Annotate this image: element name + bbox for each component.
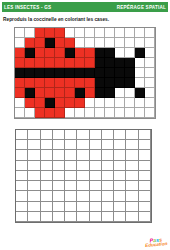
model-cell-black [115,68,125,78]
model-cell-white [145,88,155,98]
copy-cell[interactable] [65,150,77,160]
copy-cell[interactable] [102,191,114,201]
model-cell-red [15,78,25,88]
model-cell-white [145,78,155,88]
model-cell-white [95,108,105,118]
copy-cell[interactable] [90,181,102,191]
copy-cell[interactable] [126,140,138,150]
model-cell-black [25,68,35,78]
model-cell-black [95,58,105,68]
model-cell-red [55,108,65,118]
model-cell-black [105,78,115,88]
model-cell-white [25,108,35,118]
model-cell-white [135,98,145,108]
copy-cell[interactable] [139,191,151,201]
model-cell-black [125,78,135,88]
model-cell-black [55,68,65,78]
copy-cell[interactable] [28,191,40,201]
copy-cell[interactable] [41,140,53,150]
model-cell-black [45,38,55,48]
model-cell-red [85,78,95,88]
copy-cell[interactable] [77,202,89,212]
copy-cell[interactable] [114,161,126,171]
model-cell-white [115,48,125,58]
copy-cell[interactable] [77,161,89,171]
model-cell-white [75,28,85,38]
copy-cell[interactable] [16,140,28,150]
copy-cell[interactable] [90,212,102,222]
model-cell-red [65,98,75,108]
copy-cell[interactable] [77,140,89,150]
model-cell-white [85,38,95,48]
copy-cell[interactable] [53,150,65,160]
copy-cell[interactable] [16,130,28,140]
copy-cell[interactable] [53,140,65,150]
copy-cell[interactable] [28,171,40,181]
model-cell-white [115,108,125,118]
model-cell-black [75,68,85,78]
copy-cell[interactable] [139,140,151,150]
copy-cell[interactable] [90,140,102,150]
model-cell-black [95,78,105,88]
model-cell-black [45,68,55,78]
copy-cell[interactable] [90,191,102,201]
model-cell-red [75,48,85,58]
model-cell-red [55,98,65,108]
model-cell-red [25,38,35,48]
copy-cell[interactable] [126,150,138,160]
model-cell-red [75,78,85,88]
skill-title: REPÉRAGE SPATIAL [117,5,166,10]
copy-cell[interactable] [41,212,53,222]
model-cell-red [35,28,45,38]
model-cell-red [85,88,95,98]
copy-cell[interactable] [90,202,102,212]
copy-cell[interactable] [77,191,89,201]
model-cell-white [15,108,25,118]
model-cell-white [145,68,155,78]
model-cell-white [95,28,105,38]
copy-cell[interactable] [114,140,126,150]
model-cell-white [145,108,155,118]
copy-cell[interactable] [41,150,53,160]
model-cell-red [45,58,55,68]
model-cell-white [115,98,125,108]
copy-cell[interactable] [28,130,40,140]
model-cell-red [25,58,35,68]
model-cell-white [85,98,95,108]
copy-cell[interactable] [114,212,126,222]
model-cell-white [135,58,145,68]
copy-cell[interactable] [102,202,114,212]
model-cell-white [85,108,95,118]
copy-cell[interactable] [65,181,77,191]
model-cell-red [65,78,75,88]
model-cell-white [25,28,35,38]
copy-cell[interactable] [139,150,151,160]
model-cell-white [95,38,105,48]
model-cell-white [105,38,115,48]
copy-cell[interactable] [114,130,126,140]
model-cell-red [55,48,65,58]
model-cell-white [145,38,155,48]
model-cell-white [135,68,145,78]
model-cell-white [135,108,145,118]
model-cell-red [35,98,45,108]
model-cell-black [105,68,115,78]
model-cell-black [35,68,45,78]
model-cell-red [25,78,35,88]
copy-cell[interactable] [16,181,28,191]
model-cell-white [125,48,135,58]
model-cell-red [35,58,45,68]
model-cell-white [145,98,155,108]
model-cell-white [85,28,95,38]
copy-cell[interactable] [90,161,102,171]
copy-cell[interactable] [114,191,126,201]
copy-cell[interactable] [16,212,28,222]
model-cell-white [125,98,135,108]
copy-cell[interactable] [41,130,53,140]
model-cell-black [75,88,85,98]
model-cell-red [65,88,75,98]
model-cell-white [65,28,75,38]
copy-cell[interactable] [65,202,77,212]
model-cell-white [115,88,125,98]
model-cell-black [125,58,135,68]
copy-cell[interactable] [28,140,40,150]
copy-grid [15,129,152,223]
copy-cell[interactable] [102,150,114,160]
copy-cell[interactable] [102,161,114,171]
model-cell-white [145,28,155,38]
copy-cell[interactable] [90,171,102,181]
model-cell-red [45,108,55,118]
copy-cell[interactable] [77,150,89,160]
model-cell-white [125,38,135,48]
copy-cell[interactable] [53,191,65,201]
copy-cell[interactable] [53,181,65,191]
model-cell-red [15,48,25,58]
model-cell-white [15,28,25,38]
copy-cell[interactable] [139,130,151,140]
copy-cell[interactable] [126,130,138,140]
model-cell-white [135,38,145,48]
copy-cell[interactable] [102,181,114,191]
model-cell-black [105,48,115,58]
copy-cell[interactable] [41,191,53,201]
copy-cell[interactable] [77,212,89,222]
copy-cell[interactable] [126,191,138,201]
copy-cell[interactable] [28,150,40,160]
model-cell-white [145,58,155,68]
model-cell-black [65,48,75,58]
model-cell-red [65,38,75,48]
copy-cell[interactable] [126,171,138,181]
model-cell-white [115,28,125,38]
model-cell-red [75,98,85,108]
copy-cell[interactable] [139,161,151,171]
copy-cell[interactable] [102,140,114,150]
copy-cell[interactable] [41,202,53,212]
copy-cell[interactable] [77,181,89,191]
model-cell-red [55,58,65,68]
model-cell-black [45,98,55,108]
model-cell-white [135,28,145,38]
copy-cell[interactable] [16,191,28,201]
model-cell-red [45,28,55,38]
model-cell-black [65,68,75,78]
copy-cell[interactable] [28,212,40,222]
copy-cell[interactable] [16,161,28,171]
model-cell-black [125,68,135,78]
copy-cell[interactable] [90,150,102,160]
model-cell-black [115,78,125,88]
model-cell-red [45,78,55,88]
model-cell-black [25,88,35,98]
model-cell-red [65,58,75,68]
copy-cell[interactable] [139,181,151,191]
model-cell-red [35,48,45,58]
copy-cell[interactable] [65,171,77,181]
model-cell-red [75,58,85,68]
model-cell-black [15,68,25,78]
copy-cell[interactable] [139,171,151,181]
model-cell-white [75,38,85,48]
copy-cell[interactable] [28,202,40,212]
copy-cell[interactable] [77,171,89,181]
copy-cell[interactable] [53,171,65,181]
model-cell-white [135,78,145,88]
copy-cell[interactable] [65,140,77,150]
copy-cell[interactable] [53,212,65,222]
model-grid [14,27,156,119]
copy-cell[interactable] [77,130,89,140]
copy-cell[interactable] [114,150,126,160]
model-cell-red [35,88,45,98]
model-cell-red [55,28,65,38]
copy-cell[interactable] [41,171,53,181]
copy-cell[interactable] [102,130,114,140]
copy-cell[interactable] [90,130,102,140]
copy-cell[interactable] [41,181,53,191]
model-cell-white [115,38,125,48]
model-cell-white [15,38,25,48]
copy-cell[interactable] [65,191,77,201]
copy-cell[interactable] [126,181,138,191]
model-cell-red [35,38,45,48]
model-cell-white [125,88,135,98]
model-cell-white [95,98,105,108]
model-cell-white [125,28,135,38]
lesson-title: LES INSECTES - GS [4,5,51,10]
header-bar: LES INSECTES - GS REPÉRAGE SPATIAL [2,2,168,12]
copy-cell[interactable] [139,202,151,212]
model-cell-white [65,108,75,118]
instruction-text: Reproduis la coccinelle en coloriant les… [3,17,109,22]
copy-cell[interactable] [126,161,138,171]
model-cell-red [85,48,95,58]
model-cell-black [105,88,115,98]
model-cell-red [35,78,45,88]
model-cell-red [55,78,65,88]
copy-cell[interactable] [16,171,28,181]
model-cell-black [95,68,105,78]
model-cell-red [85,58,95,68]
copy-cell[interactable] [102,171,114,181]
model-cell-red [15,88,25,98]
model-cell-red [55,38,65,48]
copy-cell[interactable] [16,150,28,160]
copy-cell[interactable] [114,202,126,212]
copy-cell[interactable] [114,181,126,191]
model-cell-red [15,58,25,68]
model-cell-red [55,88,65,98]
copy-cell[interactable] [114,171,126,181]
copy-cell[interactable] [65,212,77,222]
model-cell-black [105,58,115,68]
model-cell-black [135,48,145,58]
model-cell-red [45,88,55,98]
model-cell-white [125,108,135,118]
logo: Pass Education [144,237,167,248]
model-cell-white [15,98,25,108]
model-cell-white [105,108,115,118]
model-cell-white [75,108,85,118]
model-cell-white [105,98,115,108]
copy-cell[interactable] [53,130,65,140]
model-cell-white [105,28,115,38]
copy-cell[interactable] [126,202,138,212]
model-cell-white [145,48,155,58]
model-cell-red [35,108,45,118]
copy-cell[interactable] [53,161,65,171]
model-cell-black [95,48,105,58]
model-cell-red [25,98,35,108]
copy-cell[interactable] [65,130,77,140]
copy-cell[interactable] [28,161,40,171]
model-cell-black [115,58,125,68]
copy-cell[interactable] [65,161,77,171]
copy-cell[interactable] [102,212,114,222]
copy-cell[interactable] [126,212,138,222]
copy-cell[interactable] [53,202,65,212]
copy-cell[interactable] [16,202,28,212]
logo-education-word: Education [145,242,168,248]
model-cell-red [45,48,55,58]
copy-cell[interactable] [139,212,151,222]
model-cell-black [85,68,95,78]
copy-cell[interactable] [41,161,53,171]
model-cell-black [25,48,35,58]
copy-cell[interactable] [28,181,40,191]
model-cell-black [135,88,145,98]
model-cell-black [95,88,105,98]
